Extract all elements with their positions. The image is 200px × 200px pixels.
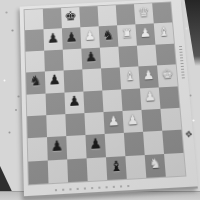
square-f7[interactable]: ♜ (117, 25, 137, 47)
black-k-piece[interactable]: ♚ (64, 9, 77, 22)
square-b2[interactable]: ♟ (47, 136, 67, 160)
square-h1[interactable] (164, 153, 185, 177)
square-d5[interactable] (82, 69, 102, 92)
square-e4[interactable] (102, 89, 122, 112)
white-p-piece[interactable]: ♟ (139, 26, 151, 39)
square-b5[interactable]: ♟ (45, 71, 65, 94)
board-logo-icon: ❖ (184, 129, 193, 140)
square-a5[interactable]: ♞ (26, 72, 45, 95)
square-e2[interactable] (105, 133, 126, 157)
square-h7[interactable]: ♝ (154, 23, 174, 45)
square-d6[interactable]: ♟ (81, 47, 101, 69)
square-g2[interactable] (143, 131, 164, 155)
square-g8[interactable]: ♛ (134, 3, 154, 24)
square-f4[interactable] (121, 88, 141, 111)
square-g4[interactable]: ♟ (140, 87, 161, 110)
square-a4[interactable] (27, 93, 47, 116)
white-p-piece[interactable]: ♟ (84, 29, 96, 42)
black-p-piece[interactable]: ♟ (68, 93, 81, 107)
square-e8[interactable] (98, 5, 118, 26)
square-b8[interactable] (43, 8, 62, 29)
square-d4[interactable] (83, 90, 103, 113)
square-c6[interactable] (63, 48, 83, 70)
square-f5[interactable]: ♝ (120, 67, 140, 89)
board-border: ♚♛♟♟♟♞♜♟♝♟♞♟♝♟♚♟♟♟♟♟♟♝♞ ❖ (20, 0, 198, 198)
square-h5[interactable]: ♚ (157, 64, 178, 86)
white-k-piece[interactable]: ♚ (161, 67, 174, 80)
square-b1[interactable] (48, 159, 68, 183)
white-p-piece[interactable]: ♟ (107, 114, 119, 128)
square-a8[interactable] (25, 9, 44, 30)
square-d7[interactable]: ♟ (80, 27, 100, 49)
square-c4[interactable]: ♟ (64, 91, 84, 114)
square-f8[interactable] (116, 4, 136, 25)
black-b-piece[interactable]: ♝ (109, 158, 123, 173)
white-p-piece[interactable]: ♟ (142, 68, 154, 81)
square-a7[interactable] (25, 30, 44, 52)
square-h8[interactable] (152, 2, 172, 23)
square-a6[interactable] (26, 50, 45, 72)
square-h6[interactable] (155, 43, 175, 65)
square-f1[interactable] (125, 155, 146, 179)
white-b-piece[interactable]: ♝ (158, 25, 170, 38)
square-b3[interactable] (46, 114, 66, 137)
square-d8[interactable] (79, 6, 98, 27)
black-p-piece[interactable]: ♟ (50, 139, 63, 154)
square-e6[interactable] (100, 46, 120, 68)
brand-text-illegible (179, 46, 185, 78)
square-c5[interactable] (64, 70, 84, 93)
board-grid[interactable]: ♚♛♟♟♟♞♜♟♝♟♞♟♝♟♚♟♟♟♟♟♟♝♞ (25, 2, 186, 184)
black-n-piece[interactable]: ♞ (29, 74, 42, 88)
square-d3[interactable] (84, 112, 104, 135)
square-c2[interactable] (66, 135, 86, 159)
white-b-piece[interactable]: ♝ (124, 69, 136, 82)
black-n-piece[interactable]: ♞ (102, 28, 115, 42)
square-e1[interactable]: ♝ (106, 156, 127, 180)
square-a2[interactable] (28, 137, 48, 161)
chessboard: ♚♛♟♟♟♞♜♟♝♟♞♟♝♟♚♟♟♟♟♟♟♝♞ ❖ (20, 0, 198, 198)
white-p-piece[interactable]: ♟ (126, 113, 139, 127)
border-smudge-marks (55, 185, 133, 192)
black-p-piece[interactable]: ♟ (48, 73, 61, 87)
square-c7[interactable]: ♟ (62, 28, 81, 50)
white-q-piece[interactable]: ♛ (138, 6, 150, 18)
black-p-piece[interactable]: ♟ (89, 137, 102, 152)
square-d1[interactable] (87, 157, 108, 181)
square-e3[interactable]: ♟ (103, 111, 123, 134)
square-g1[interactable]: ♞ (145, 154, 166, 178)
square-c3[interactable] (65, 113, 85, 136)
square-g6[interactable] (137, 44, 157, 66)
square-f6[interactable] (118, 45, 138, 67)
square-g7[interactable]: ♟ (135, 24, 155, 46)
black-p-piece[interactable]: ♟ (85, 50, 98, 64)
black-p-piece[interactable]: ♟ (47, 31, 60, 45)
square-c1[interactable] (67, 158, 88, 182)
square-h3[interactable] (160, 108, 181, 131)
square-b7[interactable]: ♟ (43, 29, 62, 51)
square-e5[interactable] (101, 68, 121, 91)
square-g5[interactable]: ♟ (138, 65, 158, 87)
square-e7[interactable]: ♞ (99, 26, 119, 48)
white-p-piece[interactable]: ♟ (144, 90, 157, 103)
dust-speckles (0, 0, 1, 1)
square-f3[interactable]: ♟ (122, 110, 143, 133)
square-c8[interactable]: ♚ (61, 7, 80, 28)
square-d2[interactable]: ♟ (85, 134, 105, 158)
square-f2[interactable] (124, 132, 145, 156)
square-b6[interactable] (44, 49, 63, 71)
photo-scene: ♚♛♟♟♟♞♜♟♝♟♞♟♝♟♚♟♟♟♟♟♟♝♞ ❖ (0, 0, 200, 200)
square-b4[interactable] (46, 92, 66, 115)
square-h4[interactable] (159, 86, 180, 109)
square-a3[interactable] (27, 115, 47, 138)
square-a1[interactable] (28, 160, 48, 184)
white-r-piece[interactable]: ♜ (121, 27, 133, 40)
square-h2[interactable] (162, 130, 183, 154)
white-n-piece[interactable]: ♞ (149, 157, 162, 171)
square-g3[interactable] (141, 109, 162, 132)
black-p-piece[interactable]: ♟ (65, 30, 78, 44)
